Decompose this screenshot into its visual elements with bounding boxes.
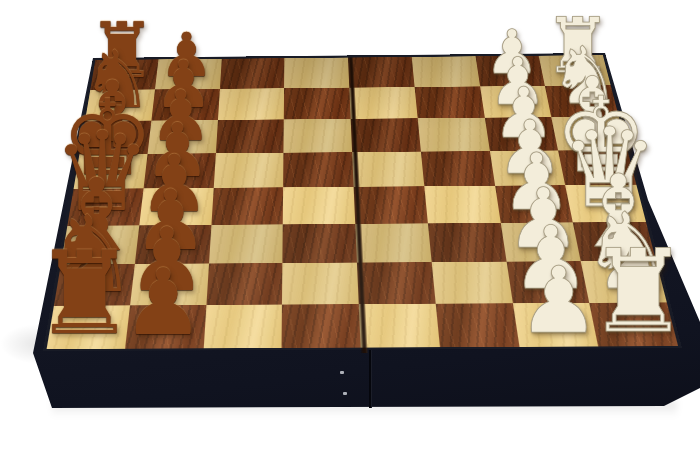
square-d6[interactable] [211, 187, 283, 224]
square-a4[interactable] [359, 303, 440, 347]
square-e3[interactable] [421, 151, 495, 186]
base-scratch [343, 392, 347, 395]
square-a3[interactable] [435, 303, 519, 347]
square-e4[interactable] [352, 151, 424, 186]
piece-brown-pawn[interactable]: ♟ [122, 257, 204, 349]
square-c6[interactable] [209, 224, 283, 263]
square-f5[interactable] [284, 119, 352, 153]
square-c5[interactable] [283, 224, 357, 263]
square-h4[interactable] [348, 57, 414, 87]
square-f6[interactable] [215, 119, 284, 153]
square-d4[interactable] [354, 186, 428, 223]
square-g5[interactable] [284, 87, 351, 119]
base-scratch [340, 371, 344, 374]
square-d5[interactable] [283, 187, 355, 224]
square-h3[interactable] [411, 56, 479, 87]
square-d3[interactable] [424, 186, 500, 223]
piece-brown-rook[interactable]: ♜ [33, 238, 136, 353]
piece-white-rook[interactable]: ♜ [587, 235, 690, 350]
square-a5[interactable] [282, 304, 361, 348]
square-f4[interactable] [351, 118, 421, 152]
square-h6[interactable] [219, 58, 284, 88]
square-g3[interactable] [414, 86, 484, 118]
base-fold-seam [369, 350, 372, 408]
square-a6[interactable] [203, 304, 282, 348]
square-e5[interactable] [283, 152, 353, 187]
chess-set-photo: ♜♟♟♜♞♟♟♞♝♟♟♝♚♟♟♚♛♟♟♛♝♟♟♝♞♟♟♞♜♟♟♜ [0, 0, 700, 467]
square-c4[interactable] [355, 223, 431, 262]
square-b6[interactable] [206, 263, 283, 305]
square-b4[interactable] [357, 262, 436, 304]
square-c3[interactable] [428, 223, 506, 262]
square-b5[interactable] [282, 263, 358, 305]
square-h5[interactable] [284, 58, 349, 88]
square-f3[interactable] [417, 118, 489, 152]
square-e6[interactable] [213, 152, 283, 187]
square-b3[interactable] [431, 262, 512, 304]
square-g6[interactable] [218, 88, 285, 120]
square-g4[interactable] [349, 87, 417, 119]
